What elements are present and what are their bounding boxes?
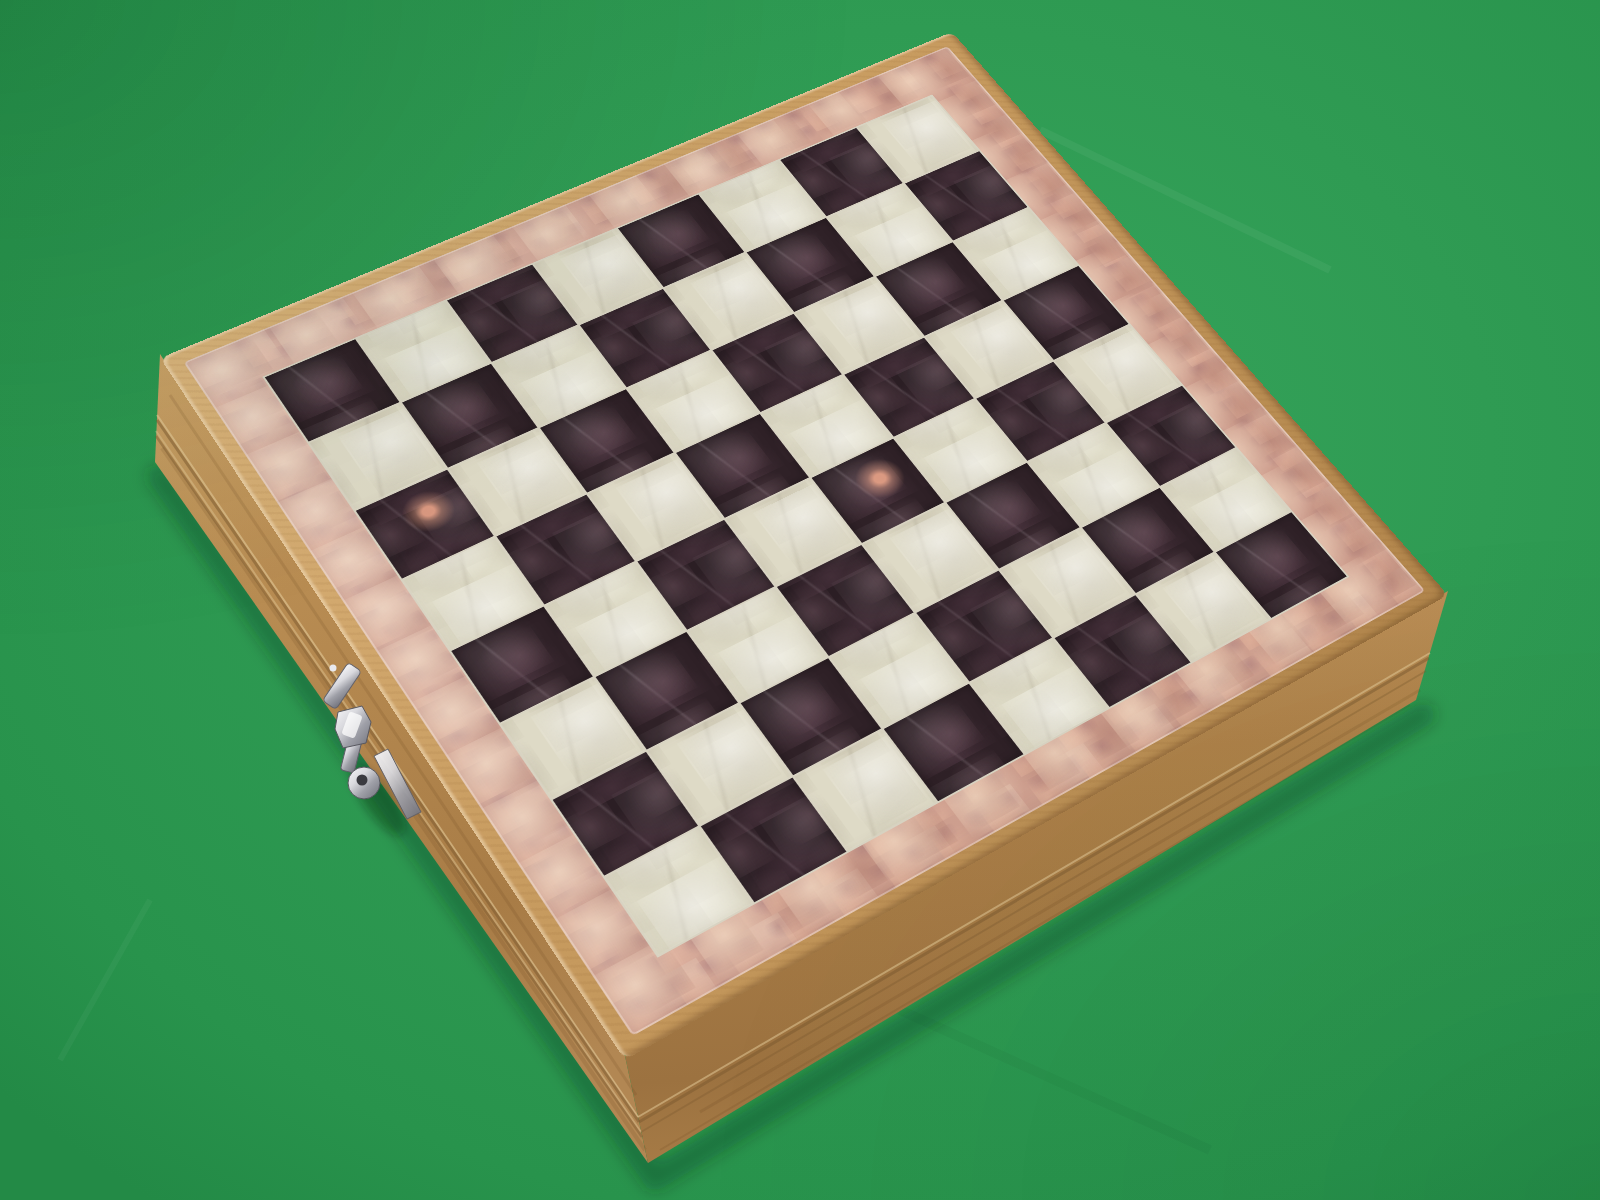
- latch-screw: [330, 665, 337, 672]
- latch-hook-hole: [357, 775, 368, 786]
- photo-scene: [0, 0, 1600, 1200]
